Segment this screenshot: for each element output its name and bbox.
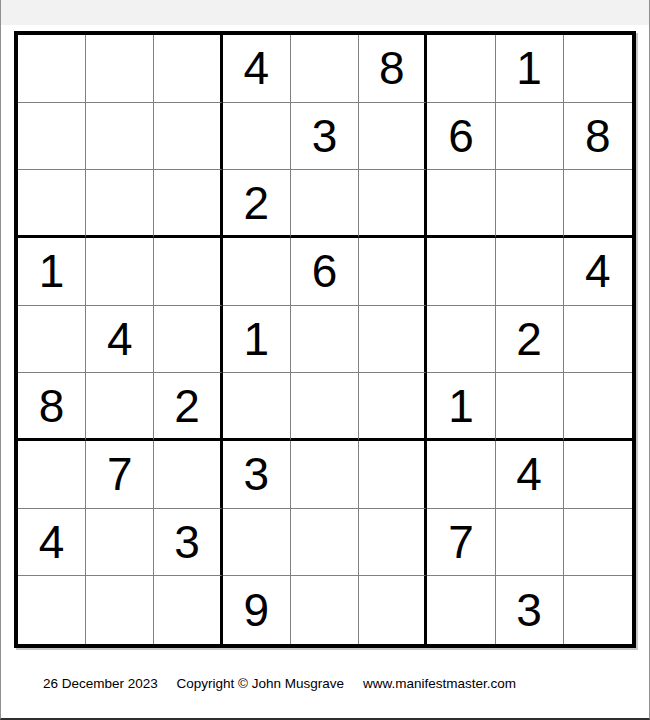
cell-r5c6	[359, 306, 427, 374]
cell-r1c3	[154, 35, 222, 103]
cell-r2c2	[86, 103, 154, 171]
cell-r2c1	[18, 103, 86, 171]
cell-r6c8	[496, 373, 564, 441]
cell-r6c3: 2	[154, 373, 222, 441]
cell-r2c9: 8	[564, 103, 632, 171]
cell-r1c2	[86, 35, 154, 103]
cell-r1c8: 1	[496, 35, 564, 103]
cell-r3c3	[154, 170, 222, 238]
cell-r7c5	[291, 441, 359, 509]
cell-r4c8	[496, 238, 564, 306]
cell-r9c6	[359, 576, 427, 644]
cell-r5c4: 1	[223, 306, 291, 374]
cell-r9c7	[427, 576, 495, 644]
cell-r9c1	[18, 576, 86, 644]
cell-r6c7: 1	[427, 373, 495, 441]
page: 481368216441282173443793 26 December 202…	[0, 0, 650, 720]
footer-website: www.manifestmaster.com	[363, 676, 516, 691]
cell-r3c9	[564, 170, 632, 238]
cell-r7c2: 7	[86, 441, 154, 509]
cell-r3c7	[427, 170, 495, 238]
cell-r7c3	[154, 441, 222, 509]
cell-r4c2	[86, 238, 154, 306]
cell-r2c6	[359, 103, 427, 171]
cell-r4c4	[223, 238, 291, 306]
cell-r4c6	[359, 238, 427, 306]
cell-r9c3	[154, 576, 222, 644]
cell-r3c5	[291, 170, 359, 238]
cell-r8c6	[359, 509, 427, 577]
cell-r5c8: 2	[496, 306, 564, 374]
cell-r4c1: 1	[18, 238, 86, 306]
cell-r8c9	[564, 509, 632, 577]
cell-r7c6	[359, 441, 427, 509]
cell-r1c7	[427, 35, 495, 103]
cell-r6c9	[564, 373, 632, 441]
cell-r4c3	[154, 238, 222, 306]
cell-r1c4: 4	[223, 35, 291, 103]
footer: 26 December 2023 Copyright © John Musgra…	[43, 676, 516, 691]
cell-r5c7	[427, 306, 495, 374]
cell-r5c1	[18, 306, 86, 374]
sudoku-board: 481368216441282173443793	[14, 31, 636, 648]
cell-r7c1	[18, 441, 86, 509]
cell-r1c1	[18, 35, 86, 103]
cell-r1c5	[291, 35, 359, 103]
cell-r3c2	[86, 170, 154, 238]
cell-r5c3	[154, 306, 222, 374]
cell-r2c4	[223, 103, 291, 171]
cell-r9c2	[86, 576, 154, 644]
cell-r2c3	[154, 103, 222, 171]
cell-r5c9	[564, 306, 632, 374]
cell-r6c2	[86, 373, 154, 441]
cell-r1c6: 8	[359, 35, 427, 103]
cell-r3c8	[496, 170, 564, 238]
cell-r7c8: 4	[496, 441, 564, 509]
cell-r5c5	[291, 306, 359, 374]
cell-r1c9	[564, 35, 632, 103]
cell-r9c4: 9	[223, 576, 291, 644]
cell-r8c2	[86, 509, 154, 577]
footer-date: 26 December 2023	[43, 676, 158, 691]
cell-r7c7	[427, 441, 495, 509]
cell-r2c5: 3	[291, 103, 359, 171]
cell-r7c9	[564, 441, 632, 509]
cell-r6c4	[223, 373, 291, 441]
cell-r9c9	[564, 576, 632, 644]
cell-r8c7: 7	[427, 509, 495, 577]
top-bar	[1, 0, 649, 25]
cell-r3c6	[359, 170, 427, 238]
cell-r8c3: 3	[154, 509, 222, 577]
cell-r3c4: 2	[223, 170, 291, 238]
cell-r8c1: 4	[18, 509, 86, 577]
cell-r4c9: 4	[564, 238, 632, 306]
cell-r4c5: 6	[291, 238, 359, 306]
cell-r6c5	[291, 373, 359, 441]
cell-r8c4	[223, 509, 291, 577]
cell-r4c7	[427, 238, 495, 306]
footer-copyright: Copyright © John Musgrave	[177, 676, 345, 691]
cell-r6c6	[359, 373, 427, 441]
cell-r2c7: 6	[427, 103, 495, 171]
cell-r2c8	[496, 103, 564, 171]
cell-r6c1: 8	[18, 373, 86, 441]
cell-r8c8	[496, 509, 564, 577]
cell-r9c5	[291, 576, 359, 644]
cell-r9c8: 3	[496, 576, 564, 644]
cell-r5c2: 4	[86, 306, 154, 374]
cell-r3c1	[18, 170, 86, 238]
cell-r7c4: 3	[223, 441, 291, 509]
cell-r8c5	[291, 509, 359, 577]
